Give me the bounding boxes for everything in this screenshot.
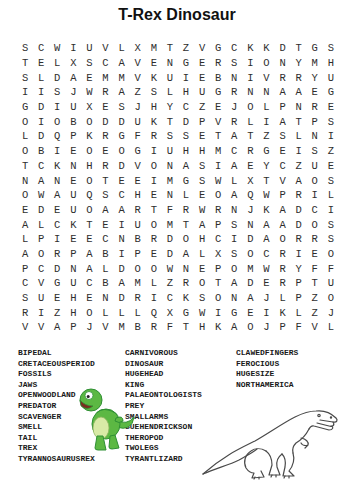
grid-cell-r11c6[interactable]: S — [97, 188, 113, 203]
grid-cell-r3c16[interactable]: V — [258, 70, 274, 85]
grid-cell-r15c11[interactable]: A — [178, 247, 194, 262]
grid-cell-r4c9[interactable]: S — [146, 85, 162, 100]
grid-cell-r1c7[interactable]: L — [114, 41, 130, 56]
grid-cell-r7c9[interactable]: R — [146, 129, 162, 144]
grid-cell-r9c16[interactable]: Y — [258, 159, 274, 174]
grid-cell-r15c19[interactable]: E — [307, 247, 323, 262]
grid-cell-r6c8[interactable]: U — [130, 114, 146, 129]
grid-cell-r14c14[interactable]: I — [226, 232, 242, 247]
grid-cell-r10c4[interactable]: E — [65, 173, 81, 188]
grid-cell-r13c18[interactable]: D — [291, 217, 307, 232]
grid-cell-r9c9[interactable]: O — [146, 159, 162, 174]
grid-cell-r18c3[interactable]: E — [49, 291, 65, 306]
grid-cell-r1c12[interactable]: V — [194, 41, 210, 56]
grid-cell-r15c1[interactable]: A — [17, 247, 33, 262]
grid-cell-r7c16[interactable]: Z — [258, 129, 274, 144]
grid-cell-r14c10[interactable]: D — [162, 232, 178, 247]
grid-cell-r12c15[interactable]: J — [242, 203, 258, 218]
grid-cell-r7c13[interactable]: T — [210, 129, 226, 144]
grid-cell-r18c4[interactable]: H — [65, 291, 81, 306]
grid-cell-r2c18[interactable]: Y — [291, 56, 307, 71]
grid-cell-r20c20[interactable]: L — [323, 320, 339, 335]
grid-cell-r7c4[interactable]: P — [65, 129, 81, 144]
grid-cell-r8c8[interactable]: G — [130, 144, 146, 159]
grid-cell-r4c7[interactable]: A — [114, 85, 130, 100]
grid-cell-r14c19[interactable]: R — [307, 232, 323, 247]
grid-cell-r4c19[interactable]: E — [307, 85, 323, 100]
grid-cell-r10c1[interactable]: N — [17, 173, 33, 188]
grid-cell-r2c6[interactable]: C — [97, 56, 113, 71]
grid-cell-r11c1[interactable]: O — [17, 188, 33, 203]
grid-cell-r14c3[interactable]: I — [49, 232, 65, 247]
grid-cell-r19c18[interactable]: L — [291, 305, 307, 320]
grid-cell-r13c19[interactable]: O — [307, 217, 323, 232]
grid-cell-r3c5[interactable]: E — [81, 70, 97, 85]
grid-cell-r14c16[interactable]: A — [258, 232, 274, 247]
grid-cell-r19c12[interactable]: W — [194, 305, 210, 320]
grid-cell-r11c10[interactable]: N — [162, 188, 178, 203]
grid-cell-r2c16[interactable]: O — [258, 56, 274, 71]
grid-cell-r2c1[interactable]: T — [17, 56, 33, 71]
grid-cell-r5c2[interactable]: D — [33, 100, 49, 115]
grid-cell-r15c14[interactable]: S — [226, 247, 242, 262]
grid-cell-r17c19[interactable]: T — [307, 276, 323, 291]
grid-cell-r8c7[interactable]: O — [114, 144, 130, 159]
grid-cell-r9c13[interactable]: I — [210, 159, 226, 174]
grid-cell-r5c14[interactable]: J — [226, 100, 242, 115]
grid-cell-r16c9[interactable]: O — [146, 261, 162, 276]
grid-cell-r3c10[interactable]: U — [162, 70, 178, 85]
grid-cell-r17c2[interactable]: V — [33, 276, 49, 291]
grid-cell-r2c13[interactable]: R — [210, 56, 226, 71]
grid-cell-r6c2[interactable]: I — [33, 114, 49, 129]
grid-cell-r14c6[interactable]: C — [97, 232, 113, 247]
grid-cell-r12c17[interactable]: A — [275, 203, 291, 218]
grid-cell-r4c6[interactable]: R — [97, 85, 113, 100]
grid-cell-r9c5[interactable]: H — [81, 159, 97, 174]
grid-cell-r19c11[interactable]: G — [178, 305, 194, 320]
grid-cell-r4c11[interactable]: H — [178, 85, 194, 100]
grid-cell-r17c14[interactable]: A — [226, 276, 242, 291]
grid-cell-r6c20[interactable]: S — [323, 114, 339, 129]
grid-cell-r11c7[interactable]: C — [114, 188, 130, 203]
grid-cell-r16c5[interactable]: A — [81, 261, 97, 276]
grid-cell-r1c14[interactable]: C — [226, 41, 242, 56]
grid-cell-r6c17[interactable]: A — [275, 114, 291, 129]
grid-cell-r2c8[interactable]: V — [130, 56, 146, 71]
grid-cell-r10c14[interactable]: L — [226, 173, 242, 188]
grid-cell-r12c5[interactable]: O — [81, 203, 97, 218]
grid-cell-r6c4[interactable]: B — [65, 114, 81, 129]
grid-cell-r6c14[interactable]: R — [226, 114, 242, 129]
grid-cell-r3c18[interactable]: R — [291, 70, 307, 85]
grid-cell-r14c8[interactable]: B — [130, 232, 146, 247]
grid-cell-r15c13[interactable]: X — [210, 247, 226, 262]
grid-cell-r2c19[interactable]: M — [307, 56, 323, 71]
grid-cell-r13c7[interactable]: I — [114, 217, 130, 232]
grid-cell-r19c1[interactable]: R — [17, 305, 33, 320]
grid-cell-r1c1[interactable]: S — [17, 41, 33, 56]
grid-cell-r16c13[interactable]: P — [210, 261, 226, 276]
grid-cell-r8c16[interactable]: G — [258, 144, 274, 159]
grid-cell-r15c2[interactable]: O — [33, 247, 49, 262]
grid-cell-r15c16[interactable]: C — [258, 247, 274, 262]
grid-cell-r12c10[interactable]: F — [162, 203, 178, 218]
grid-cell-r12c20[interactable]: I — [323, 203, 339, 218]
grid-cell-r14c7[interactable]: N — [114, 232, 130, 247]
grid-cell-r16c19[interactable]: F — [307, 261, 323, 276]
grid-cell-r17c11[interactable]: R — [178, 276, 194, 291]
grid-cell-r16c4[interactable]: N — [65, 261, 81, 276]
grid-cell-r2c12[interactable]: E — [194, 56, 210, 71]
grid-cell-r17c13[interactable]: T — [210, 276, 226, 291]
grid-cell-r5c8[interactable]: J — [130, 100, 146, 115]
grid-cell-r7c7[interactable]: G — [114, 129, 130, 144]
grid-cell-r6c5[interactable]: O — [81, 114, 97, 129]
grid-cell-r20c9[interactable]: R — [146, 320, 162, 335]
grid-cell-r7c11[interactable]: S — [178, 129, 194, 144]
grid-cell-r6c9[interactable]: K — [146, 114, 162, 129]
grid-cell-r5c13[interactable]: E — [210, 100, 226, 115]
grid-cell-r12c6[interactable]: A — [97, 203, 113, 218]
grid-cell-r2c7[interactable]: A — [114, 56, 130, 71]
grid-cell-r7c15[interactable]: T — [242, 129, 258, 144]
grid-cell-r16c2[interactable]: C — [33, 261, 49, 276]
grid-cell-r7c3[interactable]: Q — [49, 129, 65, 144]
grid-cell-r4c5[interactable]: W — [81, 85, 97, 100]
grid-cell-r1c4[interactable]: I — [65, 41, 81, 56]
grid-cell-r5c4[interactable]: U — [65, 100, 81, 115]
grid-cell-r17c16[interactable]: E — [258, 276, 274, 291]
grid-cell-r20c16[interactable]: J — [258, 320, 274, 335]
grid-cell-r3c6[interactable]: M — [97, 70, 113, 85]
grid-cell-r9c20[interactable]: E — [323, 159, 339, 174]
grid-cell-r2c20[interactable]: H — [323, 56, 339, 71]
grid-cell-r3c4[interactable]: A — [65, 70, 81, 85]
grid-cell-r3c13[interactable]: B — [210, 70, 226, 85]
grid-cell-r13c6[interactable]: E — [97, 217, 113, 232]
grid-cell-r20c6[interactable]: V — [97, 320, 113, 335]
grid-cell-r9c11[interactable]: A — [178, 159, 194, 174]
grid-cell-r4c14[interactable]: R — [226, 85, 242, 100]
grid-cell-r17c4[interactable]: U — [65, 276, 81, 291]
grid-cell-r11c14[interactable]: A — [226, 188, 242, 203]
grid-cell-r15c18[interactable]: I — [291, 247, 307, 262]
grid-cell-r16c15[interactable]: M — [242, 261, 258, 276]
grid-cell-r1c8[interactable]: X — [130, 41, 146, 56]
grid-cell-r20c17[interactable]: P — [275, 320, 291, 335]
grid-cell-r17c7[interactable]: A — [114, 276, 130, 291]
grid-cell-r8c19[interactable]: S — [307, 144, 323, 159]
grid-cell-r18c17[interactable]: L — [275, 291, 291, 306]
grid-cell-r3c3[interactable]: D — [49, 70, 65, 85]
grid-cell-r4c20[interactable]: G — [323, 85, 339, 100]
grid-cell-r10c19[interactable]: O — [307, 173, 323, 188]
grid-cell-r10c15[interactable]: X — [242, 173, 258, 188]
grid-cell-r16c18[interactable]: Y — [291, 261, 307, 276]
grid-cell-r11c3[interactable]: A — [49, 188, 65, 203]
grid-cell-r16c8[interactable]: O — [130, 261, 146, 276]
grid-cell-r19c5[interactable]: O — [81, 305, 97, 320]
grid-cell-r1c16[interactable]: K — [258, 41, 274, 56]
grid-cell-r20c8[interactable]: B — [130, 320, 146, 335]
grid-cell-r18c10[interactable]: C — [162, 291, 178, 306]
grid-cell-r10c6[interactable]: T — [97, 173, 113, 188]
grid-cell-r15c12[interactable]: L — [194, 247, 210, 262]
grid-cell-r17c10[interactable]: Z — [162, 276, 178, 291]
grid-cell-r6c18[interactable]: T — [291, 114, 307, 129]
grid-cell-r14c13[interactable]: C — [210, 232, 226, 247]
grid-cell-r20c15[interactable]: O — [242, 320, 258, 335]
grid-cell-r8c10[interactable]: U — [162, 144, 178, 159]
grid-cell-r11c2[interactable]: W — [33, 188, 49, 203]
grid-cell-r1c6[interactable]: V — [97, 41, 113, 56]
grid-cell-r13c17[interactable]: A — [275, 217, 291, 232]
grid-cell-r4c4[interactable]: J — [65, 85, 81, 100]
grid-cell-r8c1[interactable]: O — [17, 144, 33, 159]
grid-cell-r20c2[interactable]: V — [33, 320, 49, 335]
grid-cell-r5c16[interactable]: L — [258, 100, 274, 115]
grid-cell-r9c3[interactable]: K — [49, 159, 65, 174]
grid-cell-r13c13[interactable]: P — [210, 217, 226, 232]
grid-cell-r17c9[interactable]: L — [146, 276, 162, 291]
grid-cell-r16c10[interactable]: W — [162, 261, 178, 276]
grid-cell-r10c2[interactable]: A — [33, 173, 49, 188]
grid-cell-r7c5[interactable]: K — [81, 129, 97, 144]
grid-cell-r2c15[interactable]: I — [242, 56, 258, 71]
grid-cell-r9c19[interactable]: U — [307, 159, 323, 174]
grid-cell-r17c20[interactable]: U — [323, 276, 339, 291]
grid-cell-r13c15[interactable]: N — [242, 217, 258, 232]
grid-cell-r5c15[interactable]: O — [242, 100, 258, 115]
grid-cell-r4c1[interactable]: I — [17, 85, 33, 100]
grid-cell-r7c6[interactable]: R — [97, 129, 113, 144]
grid-cell-r5c11[interactable]: C — [178, 100, 194, 115]
grid-cell-r7c18[interactable]: L — [291, 129, 307, 144]
grid-cell-r15c3[interactable]: R — [49, 247, 65, 262]
grid-cell-r17c3[interactable]: G — [49, 276, 65, 291]
grid-cell-r6c6[interactable]: D — [97, 114, 113, 129]
grid-cell-r14c1[interactable]: L — [17, 232, 33, 247]
grid-cell-r9c12[interactable]: S — [194, 159, 210, 174]
grid-cell-r14c17[interactable]: O — [275, 232, 291, 247]
grid-cell-r1c17[interactable]: D — [275, 41, 291, 56]
grid-cell-r1c10[interactable]: T — [162, 41, 178, 56]
grid-cell-r15c4[interactable]: P — [65, 247, 81, 262]
grid-cell-r1c20[interactable]: S — [323, 41, 339, 56]
grid-cell-r20c13[interactable]: K — [210, 320, 226, 335]
grid-cell-r12c9[interactable]: T — [146, 203, 162, 218]
grid-cell-r13c16[interactable]: A — [258, 217, 274, 232]
grid-cell-r1c19[interactable]: G — [307, 41, 323, 56]
grid-cell-r18c8[interactable]: R — [130, 291, 146, 306]
grid-cell-r10c5[interactable]: O — [81, 173, 97, 188]
grid-cell-r20c10[interactable]: F — [162, 320, 178, 335]
grid-cell-r4c8[interactable]: Z — [130, 85, 146, 100]
grid-cell-r8c5[interactable]: O — [81, 144, 97, 159]
grid-cell-r17c18[interactable]: P — [291, 276, 307, 291]
grid-cell-r17c15[interactable]: D — [242, 276, 258, 291]
grid-cell-r20c7[interactable]: M — [114, 320, 130, 335]
grid-cell-r2c10[interactable]: N — [162, 56, 178, 71]
grid-cell-r16c6[interactable]: L — [97, 261, 113, 276]
grid-cell-r2c17[interactable]: N — [275, 56, 291, 71]
grid-cell-r8c3[interactable]: I — [49, 144, 65, 159]
grid-cell-r14c9[interactable]: R — [146, 232, 162, 247]
grid-cell-r8c15[interactable]: R — [242, 144, 258, 159]
grid-cell-r16c12[interactable]: E — [194, 261, 210, 276]
grid-cell-r5c20[interactable]: E — [323, 100, 339, 115]
grid-cell-r17c5[interactable]: C — [81, 276, 97, 291]
grid-cell-r14c18[interactable]: R — [291, 232, 307, 247]
grid-cell-r1c2[interactable]: C — [33, 41, 49, 56]
grid-cell-r12c11[interactable]: R — [178, 203, 194, 218]
grid-cell-r16c20[interactable]: F — [323, 261, 339, 276]
grid-cell-r16c11[interactable]: N — [178, 261, 194, 276]
grid-cell-r9c8[interactable]: V — [130, 159, 146, 174]
grid-cell-r3c2[interactable]: L — [33, 70, 49, 85]
grid-cell-r3c9[interactable]: K — [146, 70, 162, 85]
grid-cell-r16c16[interactable]: W — [258, 261, 274, 276]
grid-cell-r18c12[interactable]: S — [194, 291, 210, 306]
grid-cell-r9c1[interactable]: T — [17, 159, 33, 174]
grid-cell-r5c18[interactable]: N — [291, 100, 307, 115]
grid-cell-r16c17[interactable]: R — [275, 261, 291, 276]
grid-cell-r15c5[interactable]: A — [81, 247, 97, 262]
grid-cell-r4c10[interactable]: L — [162, 85, 178, 100]
grid-cell-r5c6[interactable]: E — [97, 100, 113, 115]
grid-cell-r12c7[interactable]: A — [114, 203, 130, 218]
grid-cell-r11c11[interactable]: L — [178, 188, 194, 203]
grid-cell-r6c13[interactable]: V — [210, 114, 226, 129]
grid-cell-r9c2[interactable]: C — [33, 159, 49, 174]
grid-cell-r8c2[interactable]: B — [33, 144, 49, 159]
grid-cell-r10c20[interactable]: S — [323, 173, 339, 188]
grid-cell-r11c13[interactable]: O — [210, 188, 226, 203]
grid-cell-r11c5[interactable]: Q — [81, 188, 97, 203]
grid-cell-r17c1[interactable]: C — [17, 276, 33, 291]
grid-cell-r18c13[interactable]: O — [210, 291, 226, 306]
grid-cell-r19c7[interactable]: L — [114, 305, 130, 320]
grid-cell-r11c12[interactable]: E — [194, 188, 210, 203]
grid-cell-r6c10[interactable]: T — [162, 114, 178, 129]
grid-cell-r11c18[interactable]: R — [291, 188, 307, 203]
grid-cell-r8c12[interactable]: H — [194, 144, 210, 159]
grid-cell-r13c5[interactable]: T — [81, 217, 97, 232]
grid-cell-r13c12[interactable]: A — [194, 217, 210, 232]
grid-cell-r5c19[interactable]: R — [307, 100, 323, 115]
grid-cell-r12c2[interactable]: D — [33, 203, 49, 218]
grid-cell-r15c10[interactable]: D — [162, 247, 178, 262]
grid-cell-r10c18[interactable]: A — [291, 173, 307, 188]
grid-cell-r14c5[interactable]: E — [81, 232, 97, 247]
grid-cell-r5c12[interactable]: Z — [194, 100, 210, 115]
grid-cell-r3c19[interactable]: Y — [307, 70, 323, 85]
grid-cell-r1c5[interactable]: U — [81, 41, 97, 56]
grid-cell-r11c9[interactable]: E — [146, 188, 162, 203]
grid-cell-r19c13[interactable]: I — [210, 305, 226, 320]
grid-cell-r17c17[interactable]: R — [275, 276, 291, 291]
grid-cell-r17c12[interactable]: O — [194, 276, 210, 291]
grid-cell-r11c8[interactable]: H — [130, 188, 146, 203]
grid-cell-r4c17[interactable]: A — [275, 85, 291, 100]
grid-cell-r6c16[interactable]: I — [258, 114, 274, 129]
grid-cell-r20c14[interactable]: A — [226, 320, 242, 335]
grid-cell-r8c9[interactable]: I — [146, 144, 162, 159]
grid-cell-r6c3[interactable]: O — [49, 114, 65, 129]
grid-cell-r8c18[interactable]: I — [291, 144, 307, 159]
grid-cell-r20c3[interactable]: A — [49, 320, 65, 335]
grid-cell-r12c19[interactable]: C — [307, 203, 323, 218]
grid-cell-r18c15[interactable]: A — [242, 291, 258, 306]
grid-cell-r10c8[interactable]: E — [130, 173, 146, 188]
grid-cell-r8c17[interactable]: E — [275, 144, 291, 159]
grid-cell-r10c17[interactable]: V — [275, 173, 291, 188]
grid-cell-r12c8[interactable]: R — [130, 203, 146, 218]
grid-cell-r20c12[interactable]: H — [194, 320, 210, 335]
grid-cell-r15c8[interactable]: P — [130, 247, 146, 262]
grid-cell-r9c4[interactable]: N — [65, 159, 81, 174]
grid-cell-r3c8[interactable]: V — [130, 70, 146, 85]
grid-cell-r11c17[interactable]: P — [275, 188, 291, 203]
grid-cell-r15c7[interactable]: I — [114, 247, 130, 262]
grid-cell-r20c4[interactable]: P — [65, 320, 81, 335]
grid-cell-r20c1[interactable]: V — [17, 320, 33, 335]
grid-cell-r9c14[interactable]: A — [226, 159, 242, 174]
grid-cell-r7c8[interactable]: F — [130, 129, 146, 144]
grid-cell-r18c16[interactable]: J — [258, 291, 274, 306]
grid-cell-r20c11[interactable]: T — [178, 320, 194, 335]
grid-cell-r11c15[interactable]: Q — [242, 188, 258, 203]
grid-cell-r13c9[interactable]: O — [146, 217, 162, 232]
grid-cell-r6c1[interactable]: O — [17, 114, 33, 129]
grid-cell-r14c4[interactable]: E — [65, 232, 81, 247]
grid-cell-r10c11[interactable]: G — [178, 173, 194, 188]
grid-cell-r15c17[interactable]: R — [275, 247, 291, 262]
grid-cell-r2c2[interactable]: E — [33, 56, 49, 71]
grid-cell-r5c1[interactable]: G — [17, 100, 33, 115]
grid-cell-r12c3[interactable]: E — [49, 203, 65, 218]
grid-cell-r12c12[interactable]: W — [194, 203, 210, 218]
grid-cell-r20c5[interactable]: J — [81, 320, 97, 335]
grid-cell-r18c1[interactable]: S — [17, 291, 33, 306]
grid-cell-r2c11[interactable]: G — [178, 56, 194, 71]
grid-cell-r12c1[interactable]: E — [17, 203, 33, 218]
grid-cell-r20c19[interactable]: V — [307, 320, 323, 335]
grid-cell-r16c7[interactable]: D — [114, 261, 130, 276]
grid-cell-r3c11[interactable]: I — [178, 70, 194, 85]
grid-cell-r19c17[interactable]: K — [275, 305, 291, 320]
grid-cell-r14c2[interactable]: P — [33, 232, 49, 247]
grid-cell-r18c9[interactable]: I — [146, 291, 162, 306]
grid-cell-r18c2[interactable]: U — [33, 291, 49, 306]
grid-cell-r4c16[interactable]: N — [258, 85, 274, 100]
grid-cell-r7c17[interactable]: S — [275, 129, 291, 144]
grid-cell-r1c15[interactable]: K — [242, 41, 258, 56]
grid-cell-r18c5[interactable]: E — [81, 291, 97, 306]
grid-cell-r4c18[interactable]: A — [291, 85, 307, 100]
grid-cell-r15c15[interactable]: O — [242, 247, 258, 262]
grid-cell-r18c20[interactable]: O — [323, 291, 339, 306]
grid-cell-r8c4[interactable]: E — [65, 144, 81, 159]
grid-cell-r15c6[interactable]: B — [97, 247, 113, 262]
grid-cell-r19c2[interactable]: I — [33, 305, 49, 320]
grid-cell-r4c15[interactable]: N — [242, 85, 258, 100]
grid-cell-r5c5[interactable]: X — [81, 100, 97, 115]
grid-cell-r3c15[interactable]: I — [242, 70, 258, 85]
grid-cell-r14c11[interactable]: O — [178, 232, 194, 247]
grid-cell-r13c20[interactable]: S — [323, 217, 339, 232]
